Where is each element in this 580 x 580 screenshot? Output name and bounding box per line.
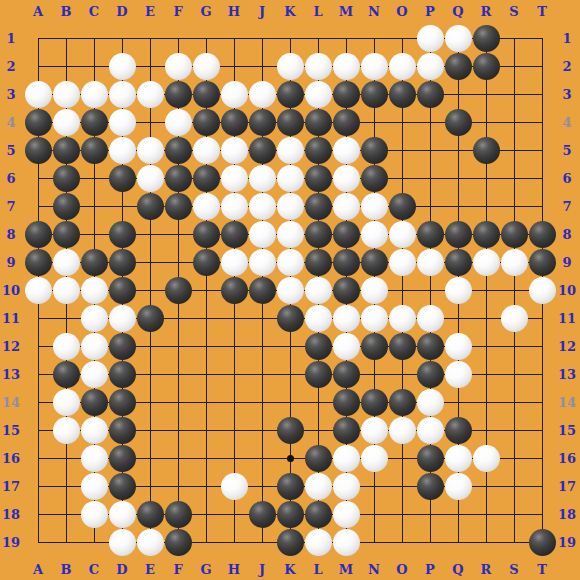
board-intersection[interactable] — [108, 444, 136, 472]
board-intersection[interactable] — [388, 136, 416, 164]
board-intersection[interactable] — [444, 332, 472, 360]
board-intersection[interactable] — [360, 388, 388, 416]
board-intersection[interactable] — [24, 220, 52, 248]
board-intersection[interactable] — [248, 192, 276, 220]
board-intersection[interactable] — [500, 164, 528, 192]
board-intersection[interactable] — [472, 332, 500, 360]
board-intersection[interactable] — [304, 528, 332, 556]
board-intersection[interactable] — [164, 276, 192, 304]
board-intersection[interactable] — [528, 444, 556, 472]
board-intersection[interactable] — [472, 24, 500, 52]
board-intersection[interactable] — [52, 472, 80, 500]
board-intersection[interactable] — [500, 108, 528, 136]
board-intersection[interactable] — [164, 220, 192, 248]
board-intersection[interactable] — [332, 80, 360, 108]
board-intersection[interactable] — [164, 248, 192, 276]
board-intersection[interactable] — [416, 332, 444, 360]
board-intersection[interactable] — [248, 276, 276, 304]
board-intersection[interactable] — [304, 80, 332, 108]
board-intersection[interactable] — [192, 304, 220, 332]
board-intersection[interactable] — [388, 80, 416, 108]
board-intersection[interactable] — [192, 388, 220, 416]
board-intersection[interactable] — [80, 52, 108, 80]
board-intersection[interactable] — [388, 24, 416, 52]
board-intersection[interactable] — [52, 136, 80, 164]
board-intersection[interactable] — [80, 220, 108, 248]
board-intersection[interactable] — [500, 52, 528, 80]
board-intersection[interactable] — [192, 220, 220, 248]
board-intersection[interactable] — [80, 332, 108, 360]
board-intersection[interactable] — [388, 360, 416, 388]
board-intersection[interactable] — [360, 444, 388, 472]
board-intersection[interactable] — [500, 136, 528, 164]
board-intersection[interactable] — [52, 500, 80, 528]
board-intersection[interactable] — [416, 164, 444, 192]
board-intersection[interactable] — [192, 192, 220, 220]
board-intersection[interactable] — [220, 500, 248, 528]
board-intersection[interactable] — [192, 108, 220, 136]
board-intersection[interactable] — [416, 500, 444, 528]
board-intersection[interactable] — [360, 52, 388, 80]
board-intersection[interactable] — [276, 528, 304, 556]
board-intersection[interactable] — [192, 52, 220, 80]
board-intersection[interactable] — [332, 304, 360, 332]
board-intersection[interactable] — [332, 500, 360, 528]
board-intersection[interactable] — [276, 304, 304, 332]
board-intersection[interactable] — [360, 80, 388, 108]
board-intersection[interactable] — [472, 80, 500, 108]
board-intersection[interactable] — [304, 24, 332, 52]
board-intersection[interactable] — [304, 444, 332, 472]
board-intersection[interactable] — [136, 248, 164, 276]
board-intersection[interactable] — [360, 304, 388, 332]
board-intersection[interactable] — [80, 24, 108, 52]
board-intersection[interactable] — [192, 24, 220, 52]
board-intersection[interactable] — [248, 388, 276, 416]
board-intersection[interactable] — [416, 444, 444, 472]
board-intersection[interactable] — [388, 528, 416, 556]
board-intersection[interactable] — [136, 164, 164, 192]
board-intersection[interactable] — [24, 248, 52, 276]
board-intersection[interactable] — [52, 444, 80, 472]
board-intersection[interactable] — [276, 360, 304, 388]
board-intersection[interactable] — [108, 276, 136, 304]
board-intersection[interactable] — [472, 164, 500, 192]
board-intersection[interactable] — [444, 108, 472, 136]
board-intersection[interactable] — [108, 388, 136, 416]
board-intersection[interactable] — [220, 276, 248, 304]
board-intersection[interactable] — [472, 472, 500, 500]
board-intersection[interactable] — [108, 136, 136, 164]
board-intersection[interactable] — [248, 304, 276, 332]
board-intersection[interactable] — [136, 500, 164, 528]
board-intersection[interactable] — [360, 136, 388, 164]
board-intersection[interactable] — [136, 360, 164, 388]
board-intersection[interactable] — [472, 136, 500, 164]
board-intersection[interactable] — [276, 192, 304, 220]
board-intersection[interactable] — [164, 108, 192, 136]
board-intersection[interactable] — [416, 136, 444, 164]
board-intersection[interactable] — [332, 220, 360, 248]
board-intersection[interactable] — [80, 304, 108, 332]
board-intersection[interactable] — [276, 332, 304, 360]
board-intersection[interactable] — [80, 192, 108, 220]
board-intersection[interactable] — [136, 388, 164, 416]
board-intersection[interactable] — [248, 24, 276, 52]
board-intersection[interactable] — [416, 108, 444, 136]
board-intersection[interactable] — [136, 304, 164, 332]
board-intersection[interactable] — [360, 276, 388, 304]
board-intersection[interactable] — [24, 304, 52, 332]
board-intersection[interactable] — [220, 52, 248, 80]
board-intersection[interactable] — [52, 416, 80, 444]
board-intersection[interactable] — [388, 472, 416, 500]
board-intersection[interactable] — [388, 276, 416, 304]
board-intersection[interactable] — [472, 528, 500, 556]
board-intersection[interactable] — [192, 332, 220, 360]
board-intersection[interactable] — [136, 220, 164, 248]
board-intersection[interactable] — [248, 472, 276, 500]
board-intersection[interactable] — [528, 108, 556, 136]
board-intersection[interactable] — [276, 220, 304, 248]
board-intersection[interactable] — [332, 108, 360, 136]
board-intersection[interactable] — [108, 164, 136, 192]
board-intersection[interactable] — [164, 136, 192, 164]
board-intersection[interactable] — [276, 52, 304, 80]
board-intersection[interactable] — [192, 472, 220, 500]
board-intersection[interactable] — [80, 472, 108, 500]
board-intersection[interactable] — [472, 52, 500, 80]
board-intersection[interactable] — [444, 164, 472, 192]
board-intersection[interactable] — [24, 136, 52, 164]
board-intersection[interactable] — [444, 80, 472, 108]
board-intersection[interactable] — [220, 416, 248, 444]
board-intersection[interactable] — [276, 416, 304, 444]
board-intersection[interactable] — [360, 500, 388, 528]
board-intersection[interactable] — [136, 472, 164, 500]
board-intersection[interactable] — [192, 164, 220, 192]
board-intersection[interactable] — [528, 388, 556, 416]
board-intersection[interactable] — [276, 248, 304, 276]
board-intersection[interactable] — [444, 192, 472, 220]
board-intersection[interactable] — [276, 500, 304, 528]
board-intersection[interactable] — [248, 136, 276, 164]
board-intersection[interactable] — [164, 388, 192, 416]
board-intersection[interactable] — [500, 388, 528, 416]
board-intersection[interactable] — [276, 444, 304, 472]
board-intersection[interactable] — [80, 388, 108, 416]
board-intersection[interactable] — [220, 388, 248, 416]
board-intersection[interactable] — [24, 416, 52, 444]
board-intersection[interactable] — [528, 528, 556, 556]
board-intersection[interactable] — [528, 472, 556, 500]
board-intersection[interactable] — [444, 360, 472, 388]
board-intersection[interactable] — [276, 472, 304, 500]
board-intersection[interactable] — [192, 528, 220, 556]
board-intersection[interactable] — [360, 248, 388, 276]
board-intersection[interactable] — [248, 164, 276, 192]
board-intersection[interactable] — [164, 416, 192, 444]
board-intersection[interactable] — [304, 304, 332, 332]
board-intersection[interactable] — [52, 164, 80, 192]
board-intersection[interactable] — [136, 80, 164, 108]
board-intersection[interactable] — [304, 332, 332, 360]
board-intersection[interactable] — [52, 360, 80, 388]
board-intersection[interactable] — [360, 24, 388, 52]
board-intersection[interactable] — [80, 444, 108, 472]
board-intersection[interactable] — [52, 52, 80, 80]
board-intersection[interactable] — [192, 276, 220, 304]
board-intersection[interactable] — [248, 108, 276, 136]
board-intersection[interactable] — [108, 52, 136, 80]
board-intersection[interactable] — [332, 416, 360, 444]
board-intersection[interactable] — [164, 80, 192, 108]
board-intersection[interactable] — [24, 472, 52, 500]
board-intersection[interactable] — [332, 528, 360, 556]
board-intersection[interactable] — [472, 304, 500, 332]
board-intersection[interactable] — [108, 500, 136, 528]
board-intersection[interactable] — [360, 360, 388, 388]
board-intersection[interactable] — [360, 528, 388, 556]
board-intersection[interactable] — [472, 276, 500, 304]
board-intersection[interactable] — [220, 80, 248, 108]
board-intersection[interactable] — [108, 248, 136, 276]
board-intersection[interactable] — [388, 248, 416, 276]
board-intersection[interactable] — [276, 24, 304, 52]
board-intersection[interactable] — [528, 80, 556, 108]
board-intersection[interactable] — [332, 332, 360, 360]
board-intersection[interactable] — [528, 52, 556, 80]
board-intersection[interactable] — [24, 500, 52, 528]
board-intersection[interactable] — [136, 332, 164, 360]
board-intersection[interactable] — [304, 136, 332, 164]
board-intersection[interactable] — [528, 136, 556, 164]
board-intersection[interactable] — [528, 360, 556, 388]
board-intersection[interactable] — [192, 444, 220, 472]
board-intersection[interactable] — [24, 444, 52, 472]
board-intersection[interactable] — [500, 444, 528, 472]
board-intersection[interactable] — [304, 416, 332, 444]
board-intersection[interactable] — [360, 220, 388, 248]
board-intersection[interactable] — [136, 24, 164, 52]
board-intersection[interactable] — [80, 416, 108, 444]
board-intersection[interactable] — [220, 360, 248, 388]
board-intersection[interactable] — [416, 52, 444, 80]
board-intersection[interactable] — [360, 164, 388, 192]
board-intersection[interactable] — [304, 472, 332, 500]
board-intersection[interactable] — [220, 472, 248, 500]
board-intersection[interactable] — [164, 332, 192, 360]
board-intersection[interactable] — [472, 248, 500, 276]
board-intersection[interactable] — [164, 500, 192, 528]
board-intersection[interactable] — [108, 192, 136, 220]
board-intersection[interactable] — [220, 528, 248, 556]
board-intersection[interactable] — [220, 136, 248, 164]
board-intersection[interactable] — [304, 52, 332, 80]
board-intersection[interactable] — [220, 24, 248, 52]
board-intersection[interactable] — [136, 444, 164, 472]
board-intersection[interactable] — [444, 304, 472, 332]
board-intersection[interactable] — [108, 108, 136, 136]
board-intersection[interactable] — [528, 192, 556, 220]
board-intersection[interactable] — [416, 24, 444, 52]
board-intersection[interactable] — [500, 220, 528, 248]
board-intersection[interactable] — [416, 248, 444, 276]
board-intersection[interactable] — [248, 444, 276, 472]
board-intersection[interactable] — [528, 164, 556, 192]
board-intersection[interactable] — [164, 24, 192, 52]
board-intersection[interactable] — [500, 276, 528, 304]
board-intersection[interactable] — [360, 416, 388, 444]
board-intersection[interactable] — [24, 528, 52, 556]
board-intersection[interactable] — [304, 248, 332, 276]
board-intersection[interactable] — [388, 388, 416, 416]
board-intersection[interactable] — [388, 444, 416, 472]
board-intersection[interactable] — [332, 360, 360, 388]
board-intersection[interactable] — [416, 80, 444, 108]
board-intersection[interactable] — [500, 248, 528, 276]
board-intersection[interactable] — [136, 528, 164, 556]
board-intersection[interactable] — [276, 388, 304, 416]
board-intersection[interactable] — [444, 136, 472, 164]
board-intersection[interactable] — [136, 136, 164, 164]
board-intersection[interactable] — [220, 108, 248, 136]
board-intersection[interactable] — [416, 360, 444, 388]
board-intersection[interactable] — [500, 304, 528, 332]
board-intersection[interactable] — [500, 24, 528, 52]
board-intersection[interactable] — [108, 80, 136, 108]
board-intersection[interactable] — [332, 472, 360, 500]
board-intersection[interactable] — [192, 416, 220, 444]
board-intersection[interactable] — [276, 276, 304, 304]
board-intersection[interactable] — [388, 108, 416, 136]
board-intersection[interactable] — [416, 416, 444, 444]
board-intersection[interactable] — [52, 332, 80, 360]
board-intersection[interactable] — [332, 136, 360, 164]
board-intersection[interactable] — [388, 500, 416, 528]
board-intersection[interactable] — [220, 220, 248, 248]
board-intersection[interactable] — [80, 108, 108, 136]
board-intersection[interactable] — [136, 276, 164, 304]
board-intersection[interactable] — [52, 108, 80, 136]
board-intersection[interactable] — [24, 80, 52, 108]
board-intersection[interactable] — [472, 220, 500, 248]
board-intersection[interactable] — [52, 220, 80, 248]
board-intersection[interactable] — [500, 192, 528, 220]
board-intersection[interactable] — [276, 80, 304, 108]
board-intersection[interactable] — [388, 192, 416, 220]
board-intersection[interactable] — [80, 500, 108, 528]
board-intersection[interactable] — [52, 528, 80, 556]
board-intersection[interactable] — [80, 80, 108, 108]
board-intersection[interactable] — [304, 192, 332, 220]
board-intersection[interactable] — [472, 108, 500, 136]
board-intersection[interactable] — [472, 388, 500, 416]
board-intersection[interactable] — [136, 108, 164, 136]
board-intersection[interactable] — [108, 360, 136, 388]
board-intersection[interactable] — [164, 164, 192, 192]
board-intersection[interactable] — [416, 472, 444, 500]
board-intersection[interactable] — [248, 416, 276, 444]
board-intersection[interactable] — [164, 304, 192, 332]
board-intersection[interactable] — [24, 52, 52, 80]
board-intersection[interactable] — [248, 528, 276, 556]
board-intersection[interactable] — [248, 80, 276, 108]
board-intersection[interactable] — [52, 388, 80, 416]
board-intersection[interactable] — [444, 388, 472, 416]
board-intersection[interactable] — [164, 444, 192, 472]
board-intersection[interactable] — [52, 304, 80, 332]
board-intersection[interactable] — [80, 248, 108, 276]
board-intersection[interactable] — [304, 360, 332, 388]
board-intersection[interactable] — [332, 276, 360, 304]
board-intersection[interactable] — [500, 416, 528, 444]
board-intersection[interactable] — [472, 416, 500, 444]
board-intersection[interactable] — [164, 192, 192, 220]
board-intersection[interactable] — [416, 388, 444, 416]
board-intersection[interactable] — [220, 248, 248, 276]
board-intersection[interactable] — [220, 332, 248, 360]
board-intersection[interactable] — [528, 220, 556, 248]
board-intersection[interactable] — [388, 332, 416, 360]
board-intersection[interactable] — [500, 80, 528, 108]
board-intersection[interactable] — [276, 164, 304, 192]
board-intersection[interactable] — [136, 416, 164, 444]
board-intersection[interactable] — [304, 220, 332, 248]
board-intersection[interactable] — [416, 528, 444, 556]
board-intersection[interactable] — [276, 108, 304, 136]
board-intersection[interactable] — [80, 276, 108, 304]
board-intersection[interactable] — [500, 332, 528, 360]
board-intersection[interactable] — [24, 24, 52, 52]
board-intersection[interactable] — [304, 276, 332, 304]
board-intersection[interactable] — [164, 472, 192, 500]
board-intersection[interactable] — [472, 192, 500, 220]
board-intersection[interactable] — [220, 444, 248, 472]
board-intersection[interactable] — [332, 248, 360, 276]
board-intersection[interactable] — [528, 304, 556, 332]
board-intersection[interactable] — [444, 220, 472, 248]
board-intersection[interactable] — [108, 528, 136, 556]
board-intersection[interactable] — [24, 388, 52, 416]
board-intersection[interactable] — [500, 360, 528, 388]
board-intersection[interactable] — [164, 52, 192, 80]
board-intersection[interactable] — [444, 444, 472, 472]
board-intersection[interactable] — [136, 192, 164, 220]
board-intersection[interactable] — [360, 332, 388, 360]
board-intersection[interactable] — [528, 500, 556, 528]
board-intersection[interactable] — [304, 500, 332, 528]
board-intersection[interactable] — [276, 136, 304, 164]
board-intersection[interactable] — [332, 24, 360, 52]
board-intersection[interactable] — [360, 108, 388, 136]
board-intersection[interactable] — [500, 528, 528, 556]
board-intersection[interactable] — [24, 164, 52, 192]
board-intersection[interactable] — [108, 220, 136, 248]
board-intersection[interactable] — [52, 24, 80, 52]
board-intersection[interactable] — [164, 360, 192, 388]
board-intersection[interactable] — [304, 164, 332, 192]
board-intersection[interactable] — [80, 164, 108, 192]
board-intersection[interactable] — [332, 192, 360, 220]
board-intersection[interactable] — [80, 528, 108, 556]
board-intersection[interactable] — [248, 52, 276, 80]
board-intersection[interactable] — [528, 332, 556, 360]
board-intersection[interactable] — [248, 360, 276, 388]
board-intersection[interactable] — [332, 52, 360, 80]
board-intersection[interactable] — [108, 416, 136, 444]
board-intersection[interactable] — [80, 360, 108, 388]
